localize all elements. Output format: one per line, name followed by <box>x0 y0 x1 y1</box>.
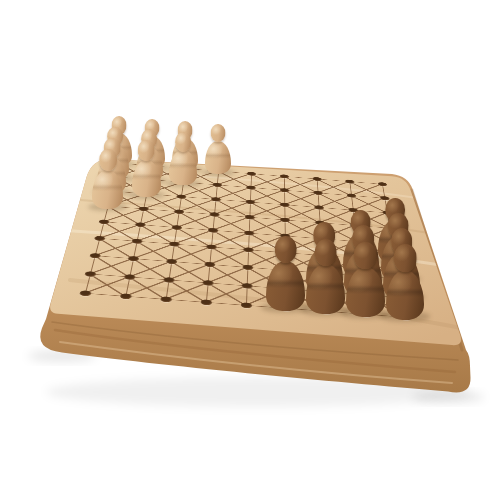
peg-hole <box>280 217 290 222</box>
peg-hole <box>211 197 221 202</box>
peg-hole <box>207 227 217 232</box>
peg-hole <box>168 241 179 246</box>
peg-natural[interactable] <box>132 140 161 196</box>
peg-hole <box>206 244 217 249</box>
peg-natural[interactable] <box>205 124 231 174</box>
peg-hole <box>94 235 106 240</box>
board-cell[interactable] <box>103 285 147 308</box>
product-photo-stage <box>0 0 500 500</box>
peg-hole <box>345 179 354 183</box>
peg-hole <box>84 271 96 277</box>
peg-hole <box>98 219 109 224</box>
peg-brown[interactable] <box>346 242 385 318</box>
peg-head <box>138 140 155 161</box>
peg-hole <box>166 258 177 264</box>
peg-hole <box>123 274 135 280</box>
peg-body <box>132 160 161 197</box>
peg-head <box>211 124 226 142</box>
peg-natural[interactable] <box>92 149 123 209</box>
board-cell[interactable] <box>144 288 187 311</box>
peg-hole <box>244 214 254 219</box>
peg-hole <box>171 225 182 230</box>
peg-hole <box>138 206 149 211</box>
peg-hole <box>174 209 184 214</box>
peg-hole <box>127 256 139 262</box>
peg-hole <box>119 293 131 299</box>
peg-head <box>394 244 417 272</box>
peg-hole <box>160 296 172 302</box>
board-cell[interactable] <box>225 294 266 317</box>
peg-body <box>266 261 305 311</box>
peg-hole <box>89 253 101 259</box>
peg-hole <box>247 171 256 175</box>
peg-hole <box>209 212 219 217</box>
peg-body <box>386 270 425 320</box>
peg-hole <box>240 302 251 308</box>
peg-head <box>275 236 298 264</box>
peg-head <box>314 239 337 267</box>
peg-hole <box>245 199 255 204</box>
peg-hole <box>313 190 322 195</box>
peg-hole <box>346 193 356 198</box>
peg-hole <box>246 185 255 190</box>
peg-body <box>169 150 196 185</box>
peg-head <box>99 149 117 171</box>
peg-hole <box>176 194 186 199</box>
peg-head <box>354 242 377 270</box>
peg-brown[interactable] <box>386 244 425 320</box>
peg-head <box>175 132 191 152</box>
peg-hole <box>79 290 92 296</box>
foot-shadow-right <box>412 391 484 403</box>
peg-brown[interactable] <box>306 239 345 315</box>
peg-body <box>205 141 231 174</box>
peg-hole <box>377 182 387 186</box>
peg-body <box>92 170 123 209</box>
board-cell[interactable] <box>62 282 108 305</box>
peg-hole <box>204 261 215 267</box>
peg-body <box>346 267 385 317</box>
peg-hole <box>241 283 252 289</box>
peg-hole <box>202 280 213 286</box>
peg-hole <box>242 264 253 270</box>
peg-hole <box>163 277 175 283</box>
peg-hole <box>243 247 253 252</box>
board-cell[interactable] <box>185 291 227 314</box>
peg-body <box>306 264 345 314</box>
peg-hole <box>135 222 146 227</box>
peg-hole <box>244 230 254 235</box>
peg-hole <box>131 238 142 243</box>
peg-hole <box>212 182 222 187</box>
peg-hole <box>280 188 289 193</box>
peg-hole <box>314 205 324 210</box>
peg-hole <box>279 174 288 178</box>
peg-natural[interactable] <box>169 132 196 185</box>
peg-brown[interactable] <box>266 236 305 312</box>
peg-hole <box>280 202 289 207</box>
peg-hole <box>312 177 321 181</box>
peg-hole <box>200 299 212 305</box>
